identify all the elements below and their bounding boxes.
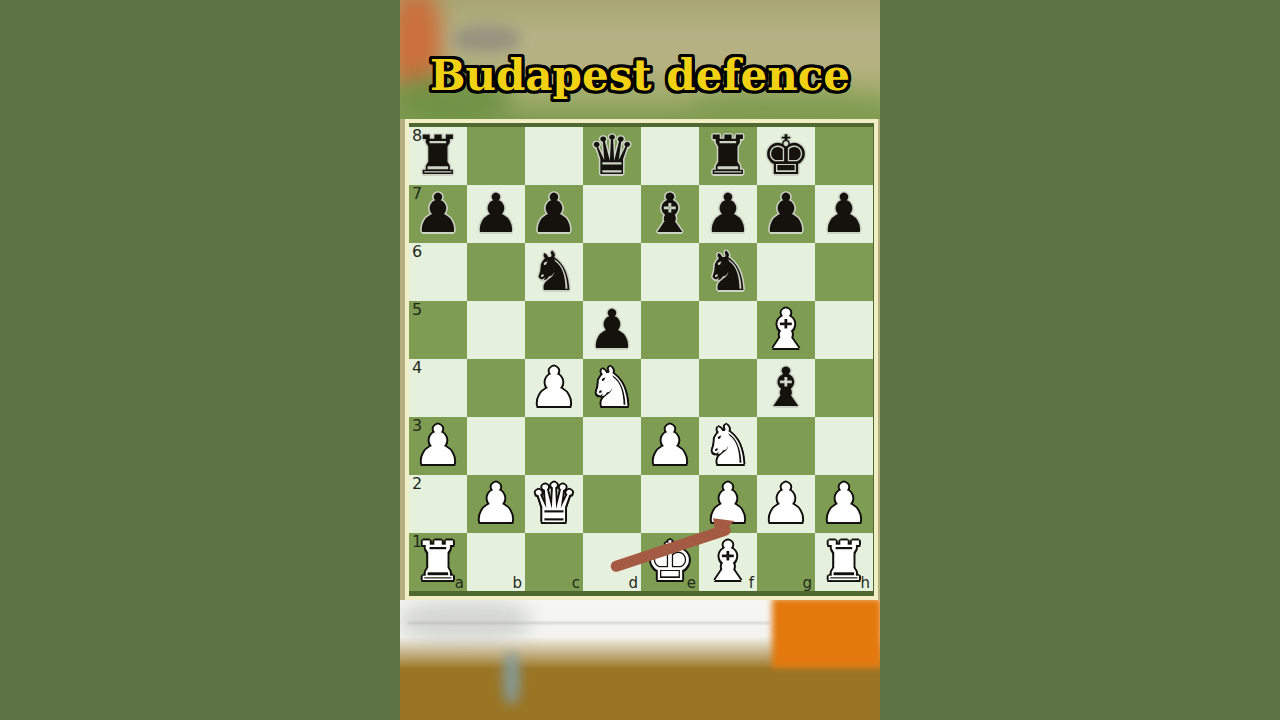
square-f8[interactable]: ♜ xyxy=(699,127,757,185)
piece-black-bishop[interactable]: ♝ xyxy=(641,185,699,243)
square-b6[interactable] xyxy=(467,243,525,301)
square-b8[interactable] xyxy=(467,127,525,185)
piece-white-queen[interactable]: ♛ xyxy=(525,475,583,533)
file-label: h xyxy=(860,575,870,591)
square-h4[interactable] xyxy=(815,359,873,417)
rank-label: 5 xyxy=(412,301,422,319)
piece-black-pawn[interactable]: ♟ xyxy=(583,301,641,359)
square-b3[interactable] xyxy=(467,417,525,475)
square-c8[interactable] xyxy=(525,127,583,185)
square-e3[interactable]: ♟ xyxy=(641,417,699,475)
piece-black-knight[interactable]: ♞ xyxy=(525,243,583,301)
bottom-background xyxy=(400,600,880,720)
piece-white-knight[interactable]: ♞ xyxy=(699,417,757,475)
square-c5[interactable] xyxy=(525,301,583,359)
square-f3[interactable]: ♞ xyxy=(699,417,757,475)
square-d8[interactable]: ♛ xyxy=(583,127,641,185)
square-a7[interactable]: 7♟ xyxy=(409,185,467,243)
square-e7[interactable]: ♝ xyxy=(641,185,699,243)
piece-white-pawn[interactable]: ♟ xyxy=(699,475,757,533)
square-h5[interactable] xyxy=(815,301,873,359)
file-label: c xyxy=(572,575,580,591)
board-grid: 8♜♛♜♚7♟♟♟♝♟♟♟6♞♞5♟♝4♟♞♝3♟♟♞2♟♛♟♟♟1a♜bcde… xyxy=(409,127,873,591)
piece-black-pawn[interactable]: ♟ xyxy=(467,185,525,243)
file-label: b xyxy=(512,575,522,591)
square-e1[interactable]: e♚ xyxy=(641,533,699,591)
square-d2[interactable] xyxy=(583,475,641,533)
piece-black-knight[interactable]: ♞ xyxy=(699,243,757,301)
square-d7[interactable] xyxy=(583,185,641,243)
square-e6[interactable] xyxy=(641,243,699,301)
square-h7[interactable]: ♟ xyxy=(815,185,873,243)
square-f7[interactable]: ♟ xyxy=(699,185,757,243)
square-e8[interactable] xyxy=(641,127,699,185)
piece-black-pawn[interactable]: ♟ xyxy=(815,185,873,243)
square-c3[interactable] xyxy=(525,417,583,475)
file-label: f xyxy=(749,575,754,591)
square-a6[interactable]: 6 xyxy=(409,243,467,301)
square-b1[interactable]: b xyxy=(467,533,525,591)
square-g8[interactable]: ♚ xyxy=(757,127,815,185)
square-e2[interactable] xyxy=(641,475,699,533)
file-label: d xyxy=(628,575,638,591)
square-d5[interactable]: ♟ xyxy=(583,301,641,359)
piece-black-pawn[interactable]: ♟ xyxy=(699,185,757,243)
piece-black-pawn[interactable]: ♟ xyxy=(757,185,815,243)
square-f5[interactable] xyxy=(699,301,757,359)
blurred-blue-smudge xyxy=(503,652,520,704)
piece-white-pawn[interactable]: ♟ xyxy=(467,475,525,533)
file-label: e xyxy=(687,575,696,591)
board-frame: 8♜♛♜♚7♟♟♟♝♟♟♟6♞♞5♟♝4♟♞♝3♟♟♞2♟♛♟♟♟1a♜bcde… xyxy=(409,123,874,596)
square-a2[interactable]: 2 xyxy=(409,475,467,533)
square-g3[interactable] xyxy=(757,417,815,475)
piece-black-bishop[interactable]: ♝ xyxy=(757,359,815,417)
piece-black-rook[interactable]: ♜ xyxy=(699,127,757,185)
square-g2[interactable]: ♟ xyxy=(757,475,815,533)
square-g7[interactable]: ♟ xyxy=(757,185,815,243)
piece-black-pawn[interactable]: ♟ xyxy=(525,185,583,243)
right-letterbox xyxy=(880,0,1280,720)
piece-white-pawn[interactable]: ♟ xyxy=(815,475,873,533)
square-e5[interactable] xyxy=(641,301,699,359)
blurred-orange-button xyxy=(772,600,880,668)
square-b4[interactable] xyxy=(467,359,525,417)
square-d1[interactable]: d xyxy=(583,533,641,591)
square-g1[interactable]: g xyxy=(757,533,815,591)
square-f6[interactable]: ♞ xyxy=(699,243,757,301)
square-b2[interactable]: ♟ xyxy=(467,475,525,533)
piece-white-bishop[interactable]: ♝ xyxy=(757,301,815,359)
square-d6[interactable] xyxy=(583,243,641,301)
rank-label: 4 xyxy=(412,359,422,377)
piece-white-pawn[interactable]: ♟ xyxy=(525,359,583,417)
video-stage: Budapest defence 8♜♛♜♚7♟♟♟♝♟♟♟6♞♞5♟♝4♟♞♝… xyxy=(400,0,880,720)
blurred-text-blob xyxy=(452,26,520,52)
square-f2[interactable]: ♟ xyxy=(699,475,757,533)
square-d4[interactable]: ♞ xyxy=(583,359,641,417)
rank-label: 6 xyxy=(412,243,422,261)
piece-white-pawn[interactable]: ♟ xyxy=(757,475,815,533)
piece-white-knight[interactable]: ♞ xyxy=(583,359,641,417)
blurred-divider-line xyxy=(408,622,770,624)
square-g4[interactable]: ♝ xyxy=(757,359,815,417)
rank-label: 2 xyxy=(412,475,422,493)
piece-white-pawn[interactable]: ♟ xyxy=(641,417,699,475)
square-h1[interactable]: h♜ xyxy=(815,533,873,591)
piece-black-king[interactable]: ♚ xyxy=(757,127,815,185)
square-b7[interactable]: ♟ xyxy=(467,185,525,243)
square-e4[interactable] xyxy=(641,359,699,417)
square-h6[interactable] xyxy=(815,243,873,301)
square-a1[interactable]: 1a♜ xyxy=(409,533,467,591)
square-c4[interactable]: ♟ xyxy=(525,359,583,417)
square-h2[interactable]: ♟ xyxy=(815,475,873,533)
square-f1[interactable]: f♝ xyxy=(699,533,757,591)
square-f4[interactable] xyxy=(699,359,757,417)
rank-label: 8 xyxy=(412,127,422,145)
square-h8[interactable] xyxy=(815,127,873,185)
piece-black-queen[interactable]: ♛ xyxy=(583,127,641,185)
page-title: Budapest defence xyxy=(400,53,880,99)
square-c1[interactable]: c xyxy=(525,533,583,591)
blurred-gray-blob xyxy=(400,600,530,642)
square-c2[interactable]: ♛ xyxy=(525,475,583,533)
rank-label: 3 xyxy=(412,417,422,435)
square-a3[interactable]: 3♟ xyxy=(409,417,467,475)
square-g6[interactable] xyxy=(757,243,815,301)
chess-board: 8♜♛♜♚7♟♟♟♝♟♟♟6♞♞5♟♝4♟♞♝3♟♟♞2♟♛♟♟♟1a♜bcde… xyxy=(405,119,878,600)
square-h3[interactable] xyxy=(815,417,873,475)
square-c7[interactable]: ♟ xyxy=(525,185,583,243)
file-label: a xyxy=(455,575,464,591)
rank-label: 7 xyxy=(412,185,422,203)
file-label: g xyxy=(802,575,812,591)
square-d3[interactable] xyxy=(583,417,641,475)
left-letterbox xyxy=(0,0,400,720)
square-g5[interactable]: ♝ xyxy=(757,301,815,359)
square-a4[interactable]: 4 xyxy=(409,359,467,417)
square-a5[interactable]: 5 xyxy=(409,301,467,359)
square-b5[interactable] xyxy=(467,301,525,359)
rank-label: 1 xyxy=(412,533,422,551)
square-a8[interactable]: 8♜ xyxy=(409,127,467,185)
square-c6[interactable]: ♞ xyxy=(525,243,583,301)
